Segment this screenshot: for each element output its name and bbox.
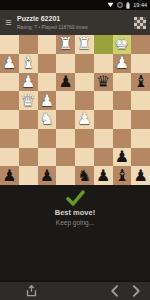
square[interactable] — [131, 54, 150, 73]
square[interactable]: ♟ — [113, 148, 132, 167]
square[interactable] — [113, 129, 132, 148]
square[interactable]: ♟ — [19, 73, 38, 92]
black-b-piece: ♝ — [115, 166, 129, 184]
square[interactable] — [75, 91, 94, 110]
square[interactable] — [131, 129, 150, 148]
black-n-piece: ♞ — [77, 166, 91, 184]
square[interactable] — [19, 148, 38, 167]
square[interactable]: ♝ — [113, 166, 132, 185]
square[interactable]: ♛ — [94, 73, 113, 92]
black-p-piece: ♟ — [58, 73, 72, 91]
black-p-piece: ♟ — [40, 166, 54, 184]
square[interactable] — [0, 148, 19, 167]
square[interactable] — [113, 91, 132, 110]
white-p-piece: ♟ — [77, 110, 91, 128]
square[interactable]: ♟ — [0, 166, 19, 185]
white-p-piece: ♟ — [2, 54, 16, 72]
square[interactable] — [0, 110, 19, 129]
square[interactable] — [56, 91, 75, 110]
white-p-piece: ♟ — [21, 73, 35, 91]
square[interactable] — [75, 54, 94, 73]
square[interactable] — [94, 91, 113, 110]
puzzle-feedback: Best move! Keep going... — [0, 185, 150, 227]
square[interactable]: ♞ — [38, 110, 57, 129]
square[interactable] — [19, 129, 38, 148]
square[interactable] — [56, 110, 75, 129]
square[interactable] — [94, 129, 113, 148]
white-r-piece: ♜ — [58, 35, 72, 53]
square[interactable] — [38, 129, 57, 148]
white-r-piece: ♜ — [77, 35, 91, 53]
square[interactable] — [38, 148, 57, 167]
square[interactable]: ♟ — [131, 166, 150, 185]
black-q-piece: ♛ — [96, 73, 110, 91]
black-p-piece: ♟ — [96, 166, 110, 184]
square[interactable] — [56, 129, 75, 148]
square[interactable]: ♟ — [113, 54, 132, 73]
square[interactable] — [19, 110, 38, 129]
page-title: Puzzle 62201 — [17, 15, 134, 23]
square[interactable]: ♟ — [38, 166, 57, 185]
square[interactable] — [0, 73, 19, 92]
square[interactable]: ♟ — [75, 110, 94, 129]
square[interactable]: ♟ — [0, 54, 19, 73]
battery-icon — [126, 2, 130, 9]
status-bar: 19:44 — [0, 0, 150, 10]
bottom-toolbar — [0, 282, 150, 300]
square[interactable] — [94, 35, 113, 54]
square[interactable] — [38, 54, 57, 73]
square[interactable] — [19, 166, 38, 185]
square[interactable] — [38, 73, 57, 92]
black-p-piece: ♟ — [2, 166, 16, 184]
square[interactable] — [56, 166, 75, 185]
feedback-subtitle: Keep going... — [56, 219, 94, 227]
square[interactable] — [56, 148, 75, 167]
black-p-piece: ♟ — [115, 148, 129, 166]
square[interactable] — [113, 110, 132, 129]
checkmark-icon — [66, 190, 85, 206]
square[interactable]: ♟ — [56, 73, 75, 92]
square[interactable] — [94, 54, 113, 73]
square[interactable] — [113, 73, 132, 92]
wifi-icon — [107, 2, 114, 8]
square[interactable] — [0, 91, 19, 110]
share-icon[interactable] — [26, 285, 37, 297]
puzzle-subtitle: Rating: ? • Played 118760 times — [17, 24, 134, 31]
square[interactable]: ♚ — [113, 35, 132, 54]
back-icon[interactable] — [110, 285, 119, 297]
square[interactable] — [0, 129, 19, 148]
black-p-piece: ♟ — [133, 166, 147, 184]
header-bar: ≡ Puzzle 62201 Rating: ? • Played 118760… — [0, 10, 150, 35]
white-q-piece: ♛ — [21, 91, 35, 109]
square[interactable] — [131, 148, 150, 167]
square[interactable]: ♟ — [94, 166, 113, 185]
white-p-piece: ♟ — [40, 91, 54, 109]
white-p-piece: ♟ — [115, 54, 129, 72]
square[interactable] — [38, 35, 57, 54]
square[interactable] — [131, 110, 150, 129]
square[interactable]: ♜ — [75, 35, 94, 54]
background-area — [0, 227, 150, 282]
square[interactable] — [131, 91, 150, 110]
chess-board[interactable]: ♜♜♚♟♝♟♟♟♛♝♛♟♞♟♟♟♟♞♟♝♟ — [0, 35, 150, 185]
square[interactable]: ♜ — [56, 35, 75, 54]
hamburger-icon[interactable]: ≡ — [0, 10, 17, 35]
square[interactable]: ♛ — [19, 91, 38, 110]
square[interactable] — [94, 110, 113, 129]
square[interactable]: ♞ — [75, 166, 94, 185]
square[interactable] — [94, 148, 113, 167]
square[interactable] — [19, 35, 38, 54]
square[interactable]: ♝ — [131, 73, 150, 92]
white-k-piece: ♚ — [115, 35, 129, 53]
square[interactable] — [75, 148, 94, 167]
square[interactable]: ♟ — [38, 91, 57, 110]
feedback-title: Best move! — [55, 208, 95, 217]
square[interactable] — [75, 129, 94, 148]
forward-icon[interactable] — [132, 285, 141, 297]
black-b-piece: ♝ — [133, 73, 147, 91]
square[interactable] — [131, 35, 150, 54]
square[interactable] — [75, 73, 94, 92]
white-b-piece: ♝ — [21, 54, 35, 72]
white-n-piece: ♞ — [40, 110, 54, 128]
square[interactable] — [56, 54, 75, 73]
square[interactable]: ♝ — [19, 54, 38, 73]
analysis-board-icon[interactable] — [134, 17, 146, 29]
rotation-icon — [117, 2, 123, 8]
clock-time: 19:44 — [133, 0, 147, 10]
square[interactable] — [0, 35, 19, 54]
